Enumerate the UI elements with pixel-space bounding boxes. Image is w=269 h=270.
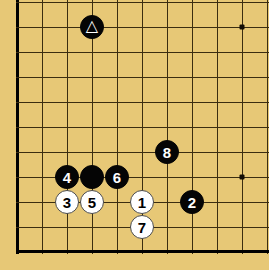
stone-black-D4[interactable] (80, 165, 104, 189)
stone-black-H3[interactable]: 2 (180, 190, 204, 214)
grid-horizontal-line (16, 2, 269, 3)
stone-white-D3[interactable]: 5 (80, 190, 104, 214)
grid-horizontal-line (16, 177, 269, 178)
grid-horizontal-line (16, 152, 269, 153)
triangle-mark: △ (86, 18, 98, 34)
move-number-label: 2 (188, 194, 196, 209)
move-number-label: 6 (113, 169, 121, 184)
move-number-label: 1 (138, 194, 146, 209)
board-bottom-edge-line (16, 250, 269, 253)
grid-horizontal-line (16, 102, 269, 103)
star-point-K10 (240, 25, 245, 30)
grid-horizontal-line (16, 77, 269, 78)
move-number-label: 5 (88, 194, 96, 209)
stone-black-C4[interactable]: 4 (55, 165, 79, 189)
move-number-label: 8 (163, 144, 171, 159)
grid-horizontal-line (16, 127, 269, 128)
stone-black-G5[interactable]: 8 (155, 140, 179, 164)
move-number-label: 7 (138, 219, 146, 234)
stone-black-E4[interactable]: 6 (105, 165, 129, 189)
stone-black-D10[interactable]: △ (80, 15, 104, 39)
stone-white-F2[interactable]: 7 (130, 215, 154, 239)
move-number-label: 3 (63, 194, 71, 209)
grid-horizontal-line (16, 52, 269, 53)
grid-horizontal-line (16, 27, 269, 28)
stone-white-F3[interactable]: 1 (130, 190, 154, 214)
star-point-K4 (240, 175, 245, 180)
stone-white-C3[interactable]: 3 (55, 190, 79, 214)
go-board[interactable]: △46823517 (0, 0, 269, 270)
move-number-label: 4 (63, 169, 71, 184)
